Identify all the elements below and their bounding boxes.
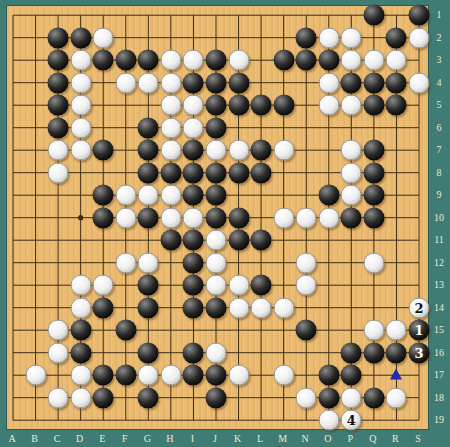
column-label-C: C — [54, 433, 61, 444]
black-stone-L8[interactable] — [251, 162, 272, 183]
row-label-3: 3 — [437, 54, 442, 65]
white-stone-H6[interactable] — [160, 117, 181, 138]
column-label-H: H — [166, 433, 173, 444]
white-stone-M7[interactable] — [273, 140, 294, 161]
white-stone-N10[interactable] — [296, 207, 317, 228]
white-stone-H3[interactable] — [160, 50, 181, 71]
move-number-label: 1 — [414, 324, 423, 337]
black-stone-Q8[interactable] — [363, 162, 384, 183]
black-stone-O3[interactable] — [318, 50, 339, 71]
white-stone-F9[interactable] — [115, 185, 136, 206]
black-stone-Q7[interactable] — [363, 140, 384, 161]
white-stone-O4[interactable] — [318, 72, 339, 93]
black-stone-O9[interactable] — [318, 185, 339, 206]
white-stone-P9[interactable] — [341, 185, 362, 206]
black-stone-P4[interactable] — [341, 72, 362, 93]
black-stone-I12[interactable] — [183, 252, 204, 273]
row-label-16: 16 — [434, 346, 444, 357]
white-stone-C8[interactable] — [48, 162, 69, 183]
black-stone-I14[interactable] — [183, 297, 204, 318]
white-stone-G17[interactable] — [138, 365, 159, 386]
white-stone-Q3[interactable] — [363, 50, 384, 71]
white-stone-P18[interactable] — [341, 387, 362, 408]
row-label-15: 15 — [434, 324, 444, 335]
white-stone-D5[interactable] — [70, 95, 91, 116]
white-stone-H17[interactable] — [160, 365, 181, 386]
black-stone-I4[interactable] — [183, 72, 204, 93]
column-label-N: N — [302, 433, 309, 444]
black-stone-J18[interactable] — [206, 387, 227, 408]
row-label-2: 2 — [437, 31, 442, 42]
black-stone-G6[interactable] — [138, 117, 159, 138]
black-stone-N15[interactable] — [296, 320, 317, 341]
black-stone-E17[interactable] — [93, 365, 114, 386]
black-stone-Q1[interactable] — [363, 5, 384, 26]
white-stone-P19[interactable]: 4 — [341, 410, 362, 431]
white-stone-J7[interactable] — [206, 140, 227, 161]
white-stone-S2[interactable] — [409, 27, 430, 48]
row-label-17: 17 — [434, 369, 444, 380]
white-stone-J11[interactable] — [206, 230, 227, 251]
black-stone-I8[interactable] — [183, 162, 204, 183]
black-stone-G13[interactable] — [138, 275, 159, 296]
white-stone-K3[interactable] — [228, 50, 249, 71]
black-stone-S15[interactable]: 1 — [409, 320, 430, 341]
white-stone-O5[interactable] — [318, 95, 339, 116]
white-stone-E13[interactable] — [93, 275, 114, 296]
black-stone-I16[interactable] — [183, 342, 204, 363]
black-stone-I13[interactable] — [183, 275, 204, 296]
black-stone-J6[interactable] — [206, 117, 227, 138]
black-stone-M5[interactable] — [273, 95, 294, 116]
black-stone-J10[interactable] — [206, 207, 227, 228]
black-stone-O18[interactable] — [318, 387, 339, 408]
black-stone-M3[interactable] — [273, 50, 294, 71]
white-stone-J13[interactable] — [206, 275, 227, 296]
black-stone-C4[interactable] — [48, 72, 69, 93]
white-stone-D14[interactable] — [70, 297, 91, 318]
column-label-B: B — [31, 433, 38, 444]
black-stone-R2[interactable] — [386, 27, 407, 48]
white-stone-C7[interactable] — [48, 140, 69, 161]
white-stone-N13[interactable] — [296, 275, 317, 296]
white-stone-D13[interactable] — [70, 275, 91, 296]
white-stone-D7[interactable] — [70, 140, 91, 161]
move-number-label: 3 — [414, 346, 423, 359]
row-label-14: 14 — [434, 301, 444, 312]
white-stone-M14[interactable] — [273, 297, 294, 318]
black-stone-R5[interactable] — [386, 95, 407, 116]
row-label-12: 12 — [434, 256, 444, 267]
white-stone-N18[interactable] — [296, 387, 317, 408]
column-label-F: F — [122, 433, 128, 444]
white-stone-K14[interactable] — [228, 297, 249, 318]
black-stone-P16[interactable] — [341, 342, 362, 363]
black-stone-Q4[interactable] — [363, 72, 384, 93]
black-stone-F15[interactable] — [115, 320, 136, 341]
white-stone-O2[interactable] — [318, 27, 339, 48]
black-stone-K11[interactable] — [228, 230, 249, 251]
black-stone-K8[interactable] — [228, 162, 249, 183]
white-stone-E2[interactable] — [93, 27, 114, 48]
black-stone-D15[interactable] — [70, 320, 91, 341]
column-label-E: E — [99, 433, 105, 444]
black-stone-L5[interactable] — [251, 95, 272, 116]
white-stone-Q15[interactable] — [363, 320, 384, 341]
row-label-10: 10 — [434, 211, 444, 222]
column-label-P: P — [348, 433, 354, 444]
white-stone-D17[interactable] — [70, 365, 91, 386]
black-stone-S1[interactable] — [409, 5, 430, 26]
white-stone-P3[interactable] — [341, 50, 362, 71]
white-stone-H10[interactable] — [160, 207, 181, 228]
white-stone-I5[interactable] — [183, 95, 204, 116]
black-stone-E7[interactable] — [93, 140, 114, 161]
row-label-13: 13 — [434, 279, 444, 290]
black-stone-L13[interactable] — [251, 275, 272, 296]
white-stone-H7[interactable] — [160, 140, 181, 161]
row-label-18: 18 — [434, 391, 444, 402]
black-stone-E18[interactable] — [93, 387, 114, 408]
black-stone-O17[interactable] — [318, 365, 339, 386]
triangle-marker — [390, 369, 402, 380]
black-stone-F3[interactable] — [115, 50, 136, 71]
column-label-A: A — [8, 433, 15, 444]
white-stone-P8[interactable] — [341, 162, 362, 183]
black-stone-J9[interactable] — [206, 185, 227, 206]
black-stone-G10[interactable] — [138, 207, 159, 228]
white-stone-P2[interactable] — [341, 27, 362, 48]
black-stone-Q9[interactable] — [363, 185, 384, 206]
black-stone-H8[interactable] — [160, 162, 181, 183]
black-stone-I7[interactable] — [183, 140, 204, 161]
white-stone-F12[interactable] — [115, 252, 136, 273]
white-stone-P7[interactable] — [341, 140, 362, 161]
white-stone-M10[interactable] — [273, 207, 294, 228]
white-stone-I3[interactable] — [183, 50, 204, 71]
white-stone-F4[interactable] — [115, 72, 136, 93]
black-stone-P10[interactable] — [341, 207, 362, 228]
black-stone-H11[interactable] — [160, 230, 181, 251]
white-stone-G12[interactable] — [138, 252, 159, 273]
black-stone-E10[interactable] — [93, 207, 114, 228]
row-label-9: 9 — [437, 189, 442, 200]
white-stone-J16[interactable] — [206, 342, 227, 363]
black-stone-N3[interactable] — [296, 50, 317, 71]
black-stone-D2[interactable] — [70, 27, 91, 48]
white-stone-F10[interactable] — [115, 207, 136, 228]
white-stone-I10[interactable] — [183, 207, 204, 228]
move-number-label: 4 — [347, 414, 356, 427]
white-stone-K7[interactable] — [228, 140, 249, 161]
white-stone-G4[interactable] — [138, 72, 159, 93]
black-stone-C5[interactable] — [48, 95, 69, 116]
black-stone-Q18[interactable] — [363, 387, 384, 408]
row-label-19: 19 — [434, 414, 444, 425]
white-stone-K17[interactable] — [228, 365, 249, 386]
white-stone-Q12[interactable] — [363, 252, 384, 273]
row-label-8: 8 — [437, 166, 442, 177]
white-stone-J12[interactable] — [206, 252, 227, 273]
column-label-L: L — [257, 433, 263, 444]
black-stone-N2[interactable] — [296, 27, 317, 48]
black-stone-S16[interactable]: 3 — [409, 342, 430, 363]
row-label-4: 4 — [437, 76, 442, 87]
white-stone-O19[interactable] — [318, 410, 339, 431]
black-stone-K10[interactable] — [228, 207, 249, 228]
white-stone-H9[interactable] — [160, 185, 181, 206]
black-stone-L11[interactable] — [251, 230, 272, 251]
white-stone-C16[interactable] — [48, 342, 69, 363]
column-label-M: M — [278, 433, 287, 444]
column-label-K: K — [234, 433, 241, 444]
white-stone-G9[interactable] — [138, 185, 159, 206]
black-stone-G16[interactable] — [138, 342, 159, 363]
white-stone-D3[interactable] — [70, 50, 91, 71]
white-stone-S4[interactable] — [409, 72, 430, 93]
column-label-G: G — [144, 433, 151, 444]
row-label-1: 1 — [437, 9, 442, 20]
black-stone-G7[interactable] — [138, 140, 159, 161]
black-stone-I17[interactable] — [183, 365, 204, 386]
white-stone-C15[interactable] — [48, 320, 69, 341]
white-stone-D18[interactable] — [70, 387, 91, 408]
black-stone-J4[interactable] — [206, 72, 227, 93]
column-label-D: D — [76, 433, 83, 444]
column-label-I: I — [191, 433, 194, 444]
column-label-R: R — [392, 433, 399, 444]
black-stone-L7[interactable] — [251, 140, 272, 161]
row-label-6: 6 — [437, 121, 442, 132]
black-stone-D16[interactable] — [70, 342, 91, 363]
black-stone-J3[interactable] — [206, 50, 227, 71]
black-stone-C3[interactable] — [48, 50, 69, 71]
black-stone-Q16[interactable] — [363, 342, 384, 363]
black-stone-R16[interactable] — [386, 342, 407, 363]
black-stone-J8[interactable] — [206, 162, 227, 183]
black-stone-I11[interactable] — [183, 230, 204, 251]
black-stone-J14[interactable] — [206, 297, 227, 318]
column-label-S: S — [415, 433, 421, 444]
column-label-J: J — [213, 433, 217, 444]
row-label-7: 7 — [437, 144, 442, 155]
black-stone-Q5[interactable] — [363, 95, 384, 116]
move-number-label: 2 — [414, 301, 423, 314]
white-stone-H5[interactable] — [160, 95, 181, 116]
black-stone-J17[interactable] — [206, 365, 227, 386]
white-stone-M17[interactable] — [273, 365, 294, 386]
white-stone-P5[interactable] — [341, 95, 362, 116]
white-stone-R15[interactable] — [386, 320, 407, 341]
white-stone-C18[interactable] — [48, 387, 69, 408]
black-stone-R4[interactable] — [386, 72, 407, 93]
white-stone-K13[interactable] — [228, 275, 249, 296]
black-stone-E3[interactable] — [93, 50, 114, 71]
black-stone-K4[interactable] — [228, 72, 249, 93]
row-label-5: 5 — [437, 99, 442, 110]
white-stone-I6[interactable] — [183, 117, 204, 138]
white-stone-O10[interactable] — [318, 207, 339, 228]
white-stone-S14[interactable]: 2 — [409, 297, 430, 318]
white-stone-L14[interactable] — [251, 297, 272, 318]
black-stone-Q10[interactable] — [363, 207, 384, 228]
black-stone-G8[interactable] — [138, 162, 159, 183]
column-label-O: O — [324, 433, 331, 444]
white-stone-N12[interactable] — [296, 252, 317, 273]
black-stone-G3[interactable] — [138, 50, 159, 71]
white-stone-R18[interactable] — [386, 387, 407, 408]
black-stone-E9[interactable] — [93, 185, 114, 206]
white-stone-B17[interactable] — [25, 365, 46, 386]
black-stone-F17[interactable] — [115, 365, 136, 386]
black-stone-J5[interactable] — [206, 95, 227, 116]
go-board-app: 2134 12345678910111213141516171819ABCDEF… — [0, 0, 450, 447]
black-stone-C2[interactable] — [48, 27, 69, 48]
white-stone-H4[interactable] — [160, 72, 181, 93]
black-stone-G14[interactable] — [138, 297, 159, 318]
white-stone-D6[interactable] — [70, 117, 91, 138]
column-label-Q: Q — [369, 433, 376, 444]
black-stone-P17[interactable] — [341, 365, 362, 386]
white-stone-R3[interactable] — [386, 50, 407, 71]
row-label-11: 11 — [434, 234, 444, 245]
black-stone-E14[interactable] — [93, 297, 114, 318]
black-stone-G18[interactable] — [138, 387, 159, 408]
black-stone-K5[interactable] — [228, 95, 249, 116]
white-stone-D4[interactable] — [70, 72, 91, 93]
black-stone-C6[interactable] — [48, 117, 69, 138]
goban[interactable]: 2134 — [6, 5, 429, 430]
black-stone-I9[interactable] — [183, 185, 204, 206]
